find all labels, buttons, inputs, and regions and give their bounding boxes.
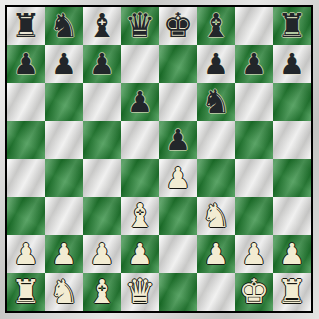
square-g4[interactable] (235, 159, 273, 197)
square-g1[interactable]: ♚ (235, 273, 273, 311)
black-pawn[interactable]: ♟ (235, 45, 273, 83)
white-knight[interactable]: ♞ (197, 197, 235, 235)
square-e1[interactable] (159, 273, 197, 311)
black-pawn[interactable]: ♟ (7, 45, 45, 83)
square-f6[interactable]: ♞ (197, 83, 235, 121)
square-f7[interactable]: ♟ (197, 45, 235, 83)
white-knight[interactable]: ♞ (45, 273, 83, 311)
square-h4[interactable] (273, 159, 311, 197)
square-a7[interactable]: ♟ (7, 45, 45, 83)
square-g3[interactable] (235, 197, 273, 235)
square-b2[interactable]: ♟ (45, 235, 83, 273)
square-e6[interactable] (159, 83, 197, 121)
square-b4[interactable] (45, 159, 83, 197)
square-c3[interactable] (83, 197, 121, 235)
black-pawn[interactable]: ♟ (83, 45, 121, 83)
white-pawn[interactable]: ♟ (7, 235, 45, 273)
black-knight[interactable]: ♞ (45, 7, 83, 45)
square-d4[interactable] (121, 159, 159, 197)
square-d3[interactable]: ♝ (121, 197, 159, 235)
black-pawn[interactable]: ♟ (197, 45, 235, 83)
square-h3[interactable] (273, 197, 311, 235)
square-c1[interactable]: ♝ (83, 273, 121, 311)
white-pawn[interactable]: ♟ (159, 159, 197, 197)
square-f3[interactable]: ♞ (197, 197, 235, 235)
square-a2[interactable]: ♟ (7, 235, 45, 273)
square-d5[interactable] (121, 121, 159, 159)
square-g2[interactable]: ♟ (235, 235, 273, 273)
square-a8[interactable]: ♜ (7, 7, 45, 45)
square-h8[interactable]: ♜ (273, 7, 311, 45)
square-f2[interactable]: ♟ (197, 235, 235, 273)
square-c5[interactable] (83, 121, 121, 159)
square-g7[interactable]: ♟ (235, 45, 273, 83)
square-a3[interactable] (7, 197, 45, 235)
black-queen[interactable]: ♛ (121, 7, 159, 45)
square-c6[interactable] (83, 83, 121, 121)
square-h6[interactable] (273, 83, 311, 121)
black-bishop[interactable]: ♝ (83, 7, 121, 45)
square-b1[interactable]: ♞ (45, 273, 83, 311)
square-a1[interactable]: ♜ (7, 273, 45, 311)
square-e2[interactable] (159, 235, 197, 273)
white-pawn[interactable]: ♟ (273, 235, 311, 273)
square-h1[interactable]: ♜ (273, 273, 311, 311)
square-c8[interactable]: ♝ (83, 7, 121, 45)
white-rook[interactable]: ♜ (7, 273, 45, 311)
white-rook[interactable]: ♜ (273, 273, 311, 311)
black-rook[interactable]: ♜ (273, 7, 311, 45)
square-g6[interactable] (235, 83, 273, 121)
square-f8[interactable]: ♝ (197, 7, 235, 45)
black-knight[interactable]: ♞ (197, 83, 235, 121)
square-c2[interactable]: ♟ (83, 235, 121, 273)
square-h5[interactable] (273, 121, 311, 159)
square-d2[interactable]: ♟ (121, 235, 159, 273)
square-f1[interactable] (197, 273, 235, 311)
square-b6[interactable] (45, 83, 83, 121)
square-h7[interactable]: ♟ (273, 45, 311, 83)
square-b7[interactable]: ♟ (45, 45, 83, 83)
square-e4[interactable]: ♟ (159, 159, 197, 197)
white-bishop[interactable]: ♝ (121, 197, 159, 235)
black-pawn[interactable]: ♟ (45, 45, 83, 83)
white-pawn[interactable]: ♟ (45, 235, 83, 273)
square-d1[interactable]: ♛ (121, 273, 159, 311)
chess-board: ♜♞♝♛♚♝♜♟♟♟♟♟♟♟♞♟♟♝♞♟♟♟♟♟♟♟♜♞♝♛♚♜ (5, 5, 313, 313)
square-a5[interactable] (7, 121, 45, 159)
square-f4[interactable] (197, 159, 235, 197)
square-a6[interactable] (7, 83, 45, 121)
white-pawn[interactable]: ♟ (121, 235, 159, 273)
square-b5[interactable] (45, 121, 83, 159)
white-pawn[interactable]: ♟ (235, 235, 273, 273)
square-d6[interactable]: ♟ (121, 83, 159, 121)
square-e7[interactable] (159, 45, 197, 83)
black-bishop[interactable]: ♝ (197, 7, 235, 45)
square-a4[interactable] (7, 159, 45, 197)
square-c4[interactable] (83, 159, 121, 197)
white-queen[interactable]: ♛ (121, 273, 159, 311)
square-e3[interactable] (159, 197, 197, 235)
white-bishop[interactable]: ♝ (83, 273, 121, 311)
square-b8[interactable]: ♞ (45, 7, 83, 45)
square-d7[interactable] (121, 45, 159, 83)
white-pawn[interactable]: ♟ (197, 235, 235, 273)
square-e5[interactable]: ♟ (159, 121, 197, 159)
black-pawn[interactable]: ♟ (121, 83, 159, 121)
white-pawn[interactable]: ♟ (83, 235, 121, 273)
square-g8[interactable] (235, 7, 273, 45)
square-b3[interactable] (45, 197, 83, 235)
board-frame: ♜♞♝♛♚♝♜♟♟♟♟♟♟♟♞♟♟♝♞♟♟♟♟♟♟♟♜♞♝♛♚♜ (0, 0, 319, 319)
square-g5[interactable] (235, 121, 273, 159)
black-king[interactable]: ♚ (159, 7, 197, 45)
square-h2[interactable]: ♟ (273, 235, 311, 273)
black-pawn[interactable]: ♟ (159, 121, 197, 159)
square-c7[interactable]: ♟ (83, 45, 121, 83)
square-d8[interactable]: ♛ (121, 7, 159, 45)
square-e8[interactable]: ♚ (159, 7, 197, 45)
black-rook[interactable]: ♜ (7, 7, 45, 45)
black-pawn[interactable]: ♟ (273, 45, 311, 83)
white-king[interactable]: ♚ (235, 273, 273, 311)
square-f5[interactable] (197, 121, 235, 159)
